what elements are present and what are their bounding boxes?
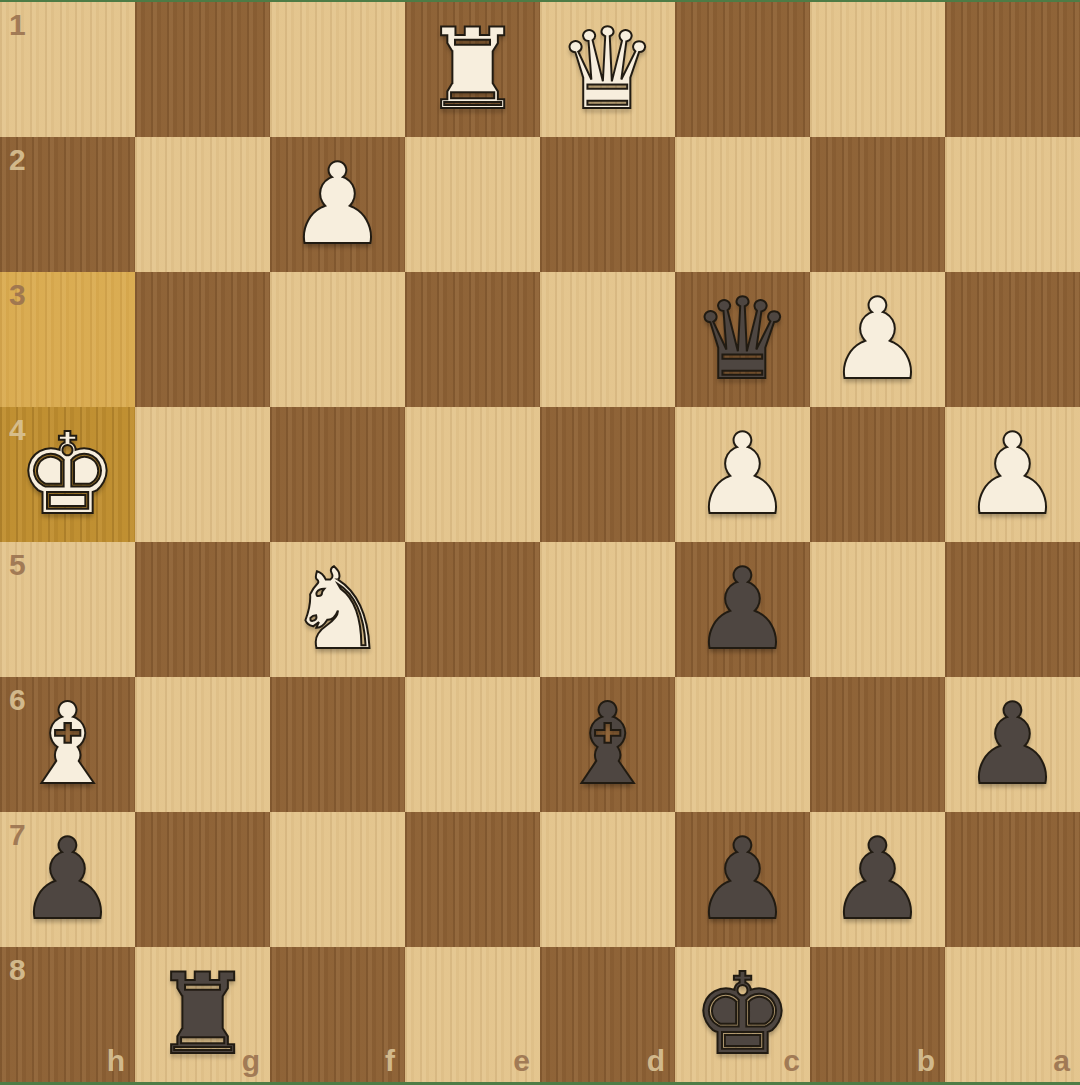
square-g7[interactable] (135, 812, 270, 947)
square-b8[interactable]: b (810, 947, 945, 1082)
chess-board: 1♜♛2♟3♛♟4♚♟♟5♞♟6♝♝♟7♟♟♟8hg♜fedc♚ba (0, 2, 1080, 1082)
square-b7[interactable]: ♟ (810, 812, 945, 947)
square-h5[interactable]: 5 (0, 542, 135, 677)
square-f8[interactable]: f (270, 947, 405, 1082)
white-pawn[interactable]: ♟ (945, 407, 1080, 542)
square-h6[interactable]: 6♝ (0, 677, 135, 812)
white-pawn[interactable]: ♟ (810, 272, 945, 407)
rank-label-1: 1 (9, 10, 26, 40)
black-pawn[interactable]: ♟ (945, 677, 1080, 812)
square-h4[interactable]: 4♚ (0, 407, 135, 542)
square-a2[interactable] (945, 137, 1080, 272)
square-c1[interactable] (675, 2, 810, 137)
rank-label-6: 6 (9, 685, 26, 715)
square-a6[interactable]: ♟ (945, 677, 1080, 812)
square-a4[interactable]: ♟ (945, 407, 1080, 542)
square-f4[interactable] (270, 407, 405, 542)
square-c5[interactable]: ♟ (675, 542, 810, 677)
rank-label-7: 7 (9, 820, 26, 850)
square-d7[interactable] (540, 812, 675, 947)
square-e3[interactable] (405, 272, 540, 407)
square-d1[interactable]: ♛ (540, 2, 675, 137)
square-b6[interactable] (810, 677, 945, 812)
black-pawn[interactable]: ♟ (675, 812, 810, 947)
file-label-g: g (242, 1046, 260, 1076)
square-e4[interactable] (405, 407, 540, 542)
square-h2[interactable]: 2 (0, 137, 135, 272)
board-frame: 1♜♛2♟3♛♟4♚♟♟5♞♟6♝♝♟7♟♟♟8hg♜fedc♚ba (0, 0, 1080, 1085)
file-label-a: a (1053, 1046, 1070, 1076)
square-e5[interactable] (405, 542, 540, 677)
square-g4[interactable] (135, 407, 270, 542)
file-label-h: h (107, 1046, 125, 1076)
square-b4[interactable] (810, 407, 945, 542)
square-g5[interactable] (135, 542, 270, 677)
square-g2[interactable] (135, 137, 270, 272)
square-a3[interactable] (945, 272, 1080, 407)
rank-label-5: 5 (9, 550, 26, 580)
square-b1[interactable] (810, 2, 945, 137)
black-pawn[interactable]: ♟ (675, 542, 810, 677)
black-pawn[interactable]: ♟ (810, 812, 945, 947)
rank-label-3: 3 (9, 280, 26, 310)
square-c3[interactable]: ♛ (675, 272, 810, 407)
square-f1[interactable] (270, 2, 405, 137)
square-f3[interactable] (270, 272, 405, 407)
square-d2[interactable] (540, 137, 675, 272)
square-a7[interactable] (945, 812, 1080, 947)
square-e1[interactable]: ♜ (405, 2, 540, 137)
white-pawn[interactable]: ♟ (675, 407, 810, 542)
white-rook[interactable]: ♜ (405, 2, 540, 137)
square-g6[interactable] (135, 677, 270, 812)
square-e7[interactable] (405, 812, 540, 947)
square-c6[interactable] (675, 677, 810, 812)
square-g8[interactable]: g♜ (135, 947, 270, 1082)
square-e2[interactable] (405, 137, 540, 272)
square-f2[interactable]: ♟ (270, 137, 405, 272)
white-queen[interactable]: ♛ (540, 2, 675, 137)
square-f6[interactable] (270, 677, 405, 812)
square-h7[interactable]: 7♟ (0, 812, 135, 947)
square-b2[interactable] (810, 137, 945, 272)
square-d6[interactable]: ♝ (540, 677, 675, 812)
rank-label-4: 4 (9, 415, 26, 445)
file-label-c: c (783, 1046, 800, 1076)
file-label-b: b (917, 1046, 935, 1076)
square-c7[interactable]: ♟ (675, 812, 810, 947)
square-d5[interactable] (540, 542, 675, 677)
square-c4[interactable]: ♟ (675, 407, 810, 542)
white-knight[interactable]: ♞ (270, 542, 405, 677)
square-e6[interactable] (405, 677, 540, 812)
square-h8[interactable]: 8h (0, 947, 135, 1082)
square-f7[interactable] (270, 812, 405, 947)
square-g3[interactable] (135, 272, 270, 407)
file-label-d: d (647, 1046, 665, 1076)
square-h1[interactable]: 1 (0, 2, 135, 137)
square-d8[interactable]: d (540, 947, 675, 1082)
square-h3[interactable]: 3 (0, 272, 135, 407)
square-a1[interactable] (945, 2, 1080, 137)
file-label-e: e (513, 1046, 530, 1076)
file-label-f: f (385, 1046, 395, 1076)
black-queen[interactable]: ♛ (675, 272, 810, 407)
black-bishop[interactable]: ♝ (540, 677, 675, 812)
square-b3[interactable]: ♟ (810, 272, 945, 407)
square-d4[interactable] (540, 407, 675, 542)
square-e8[interactable]: e (405, 947, 540, 1082)
square-a5[interactable] (945, 542, 1080, 677)
square-b5[interactable] (810, 542, 945, 677)
square-c2[interactable] (675, 137, 810, 272)
square-g1[interactable] (135, 2, 270, 137)
square-f5[interactable]: ♞ (270, 542, 405, 677)
square-c8[interactable]: c♚ (675, 947, 810, 1082)
rank-label-8: 8 (9, 955, 26, 985)
white-pawn[interactable]: ♟ (270, 137, 405, 272)
square-a8[interactable]: a (945, 947, 1080, 1082)
rank-label-2: 2 (9, 145, 26, 175)
square-d3[interactable] (540, 272, 675, 407)
